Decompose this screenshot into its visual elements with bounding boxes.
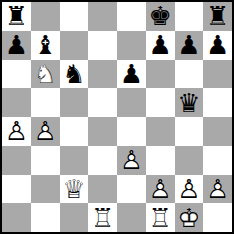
- square-c8[interactable]: [60, 2, 89, 31]
- black-pawn: ♟: [203, 31, 232, 60]
- square-h3[interactable]: [203, 146, 232, 175]
- white-pawn-fill: ♟: [31, 117, 60, 146]
- square-d5[interactable]: [88, 88, 117, 117]
- square-f3[interactable]: [146, 146, 175, 175]
- black-pawn: ♟: [2, 31, 31, 60]
- square-a3[interactable]: [2, 146, 31, 175]
- square-c3[interactable]: [60, 146, 89, 175]
- black-king: ♚: [146, 2, 175, 31]
- square-b5[interactable]: [31, 88, 60, 117]
- square-g4[interactable]: [175, 117, 204, 146]
- square-d3[interactable]: [88, 146, 117, 175]
- square-c1[interactable]: [60, 203, 89, 232]
- square-c4[interactable]: [60, 117, 89, 146]
- square-a5[interactable]: [2, 88, 31, 117]
- square-d6[interactable]: [88, 60, 117, 89]
- square-d8[interactable]: [88, 2, 117, 31]
- white-knight-fill: ♞: [31, 60, 60, 89]
- white-rook-fill: ♜: [146, 203, 175, 232]
- square-b1[interactable]: [31, 203, 60, 232]
- square-b3[interactable]: [31, 146, 60, 175]
- square-a4[interactable]: ♟♙: [2, 117, 31, 146]
- square-d1[interactable]: ♜♖: [88, 203, 117, 232]
- square-f7[interactable]: ♟: [146, 31, 175, 60]
- black-rook: ♜: [2, 2, 31, 31]
- white-pawn: ♙: [175, 175, 204, 204]
- square-a2[interactable]: [2, 175, 31, 204]
- square-e4[interactable]: [117, 117, 146, 146]
- white-pawn: ♙: [203, 175, 232, 204]
- square-e1[interactable]: [117, 203, 146, 232]
- square-b6[interactable]: ♞♘: [31, 60, 60, 89]
- square-c7[interactable]: [60, 31, 89, 60]
- square-h4[interactable]: [203, 117, 232, 146]
- square-h5[interactable]: [203, 88, 232, 117]
- square-g8[interactable]: [175, 2, 204, 31]
- chess-board-wrapper: ♜♚♜♟♝♟♟♟♞♘♞♟♛♟♙♟♙♟♙♛♕♟♙♟♙♟♙♜♖♜♖♚♔: [0, 0, 234, 234]
- square-f1[interactable]: ♜♖: [146, 203, 175, 232]
- square-b4[interactable]: ♟♙: [31, 117, 60, 146]
- black-knight: ♞: [60, 60, 89, 89]
- white-queen: ♕: [60, 175, 89, 204]
- square-g6[interactable]: [175, 60, 204, 89]
- square-g1[interactable]: ♚♔: [175, 203, 204, 232]
- black-queen: ♛: [175, 88, 204, 117]
- white-pawn-fill: ♟: [203, 175, 232, 204]
- square-a6[interactable]: [2, 60, 31, 89]
- white-pawn-fill: ♟: [146, 175, 175, 204]
- white-pawn: ♙: [146, 175, 175, 204]
- black-rook: ♜: [203, 2, 232, 31]
- square-e3[interactable]: ♟♙: [117, 146, 146, 175]
- black-bishop: ♝: [31, 31, 60, 60]
- white-rook: ♖: [146, 203, 175, 232]
- square-g5[interactable]: ♛: [175, 88, 204, 117]
- white-rook: ♖: [88, 203, 117, 232]
- square-d4[interactable]: [88, 117, 117, 146]
- square-a8[interactable]: ♜: [2, 2, 31, 31]
- square-f8[interactable]: ♚: [146, 2, 175, 31]
- white-pawn-fill: ♟: [117, 146, 146, 175]
- square-h6[interactable]: [203, 60, 232, 89]
- square-b2[interactable]: [31, 175, 60, 204]
- square-g7[interactable]: ♟: [175, 31, 204, 60]
- square-d7[interactable]: [88, 31, 117, 60]
- square-e6[interactable]: ♟: [117, 60, 146, 89]
- square-c5[interactable]: [60, 88, 89, 117]
- square-e7[interactable]: [117, 31, 146, 60]
- black-pawn: ♟: [146, 31, 175, 60]
- square-f2[interactable]: ♟♙: [146, 175, 175, 204]
- white-king-fill: ♚: [175, 203, 204, 232]
- square-h1[interactable]: [203, 203, 232, 232]
- square-a7[interactable]: ♟: [2, 31, 31, 60]
- square-b7[interactable]: ♝: [31, 31, 60, 60]
- white-pawn-fill: ♟: [175, 175, 204, 204]
- white-king: ♔: [175, 203, 204, 232]
- white-pawn-fill: ♟: [2, 117, 31, 146]
- square-d2[interactable]: [88, 175, 117, 204]
- square-e8[interactable]: [117, 2, 146, 31]
- white-pawn: ♙: [31, 117, 60, 146]
- square-g3[interactable]: [175, 146, 204, 175]
- square-h8[interactable]: ♜: [203, 2, 232, 31]
- square-f5[interactable]: [146, 88, 175, 117]
- white-rook-fill: ♜: [88, 203, 117, 232]
- white-knight: ♘: [31, 60, 60, 89]
- square-c6[interactable]: ♞: [60, 60, 89, 89]
- square-e2[interactable]: [117, 175, 146, 204]
- white-queen-fill: ♛: [60, 175, 89, 204]
- square-a1[interactable]: [2, 203, 31, 232]
- square-e5[interactable]: [117, 88, 146, 117]
- square-c2[interactable]: ♛♕: [60, 175, 89, 204]
- square-f4[interactable]: [146, 117, 175, 146]
- white-pawn: ♙: [2, 117, 31, 146]
- square-g2[interactable]: ♟♙: [175, 175, 204, 204]
- square-h7[interactable]: ♟: [203, 31, 232, 60]
- square-b8[interactable]: [31, 2, 60, 31]
- white-pawn: ♙: [117, 146, 146, 175]
- chess-board: ♜♚♜♟♝♟♟♟♞♘♞♟♛♟♙♟♙♟♙♛♕♟♙♟♙♟♙♜♖♜♖♚♔: [0, 0, 234, 234]
- square-h2[interactable]: ♟♙: [203, 175, 232, 204]
- black-pawn: ♟: [117, 60, 146, 89]
- square-f6[interactable]: [146, 60, 175, 89]
- black-pawn: ♟: [175, 31, 204, 60]
